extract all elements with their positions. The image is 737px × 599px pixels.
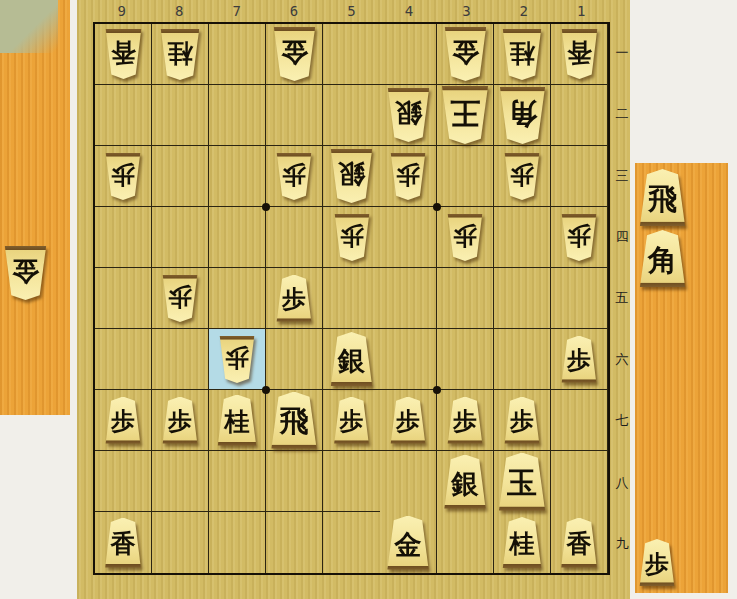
rank-label-1: 一 <box>613 22 631 83</box>
piece-P: 歩 <box>561 336 597 383</box>
piece-l: 香 <box>105 29 142 79</box>
piece-kanji: 歩 <box>645 552 669 576</box>
square-4-8[interactable] <box>380 451 437 512</box>
piece-k: 王 <box>441 86 489 144</box>
piece-L: 香 <box>561 518 598 568</box>
file-label-5: 5 <box>323 2 380 20</box>
piece-B[interactable]: 角 <box>639 230 686 287</box>
square-7-7[interactable]: 桂 <box>209 390 266 451</box>
square-9-3[interactable]: 歩 <box>95 146 152 207</box>
piece-kanji: 香 <box>111 531 136 556</box>
piece-face: 歩 <box>334 397 370 444</box>
piece-face: 歩 <box>447 214 483 261</box>
piece-kanji: 王 <box>450 98 480 128</box>
square-2-7[interactable]: 歩 <box>494 390 551 451</box>
piece-kanji: 香 <box>111 40 136 65</box>
square-3-2[interactable]: 王 <box>437 85 494 146</box>
piece-p: 歩 <box>561 214 597 261</box>
file-label-4: 4 <box>380 2 437 20</box>
square-6-5[interactable]: 歩 <box>266 268 323 329</box>
piece-kanji: 銀 <box>338 161 365 188</box>
piece-N: 桂 <box>217 395 257 446</box>
piece-kanji: 歩 <box>567 224 591 248</box>
piece-P: 歩 <box>447 397 483 444</box>
square-1-7[interactable] <box>551 390 608 451</box>
square-5-9[interactable] <box>323 512 380 573</box>
square-8-8[interactable] <box>152 451 209 512</box>
piece-face: 角 <box>499 87 546 144</box>
square-3-4[interactable]: 歩 <box>437 207 494 268</box>
piece-face: 飛 <box>271 392 318 449</box>
rank-label-2: 二 <box>613 83 631 144</box>
square-8-3[interactable] <box>152 146 209 207</box>
piece-kanji: 歩 <box>168 285 192 309</box>
piece-kanji: 歩 <box>340 224 364 248</box>
piece-face: 歩 <box>390 153 426 200</box>
gote-captured-stand: 金 <box>0 0 70 415</box>
square-9-9[interactable]: 香 <box>95 512 152 573</box>
piece-kanji: 金 <box>281 39 308 66</box>
piece-p: 歩 <box>504 153 540 200</box>
square-5-1[interactable] <box>323 24 380 85</box>
piece-face: 歩 <box>390 397 426 444</box>
piece-face: 銀 <box>387 88 430 142</box>
square-6-1[interactable]: 金 <box>266 24 323 85</box>
piece-p: 歩 <box>334 214 370 261</box>
piece-kanji: 玉 <box>507 468 537 498</box>
piece-kanji: 歩 <box>510 163 534 187</box>
piece-face: 歩 <box>447 397 483 444</box>
piece-p: 歩 <box>276 153 312 200</box>
piece-kanji: 歩 <box>111 409 135 433</box>
file-label-8: 8 <box>150 2 207 20</box>
rank-label-4: 四 <box>613 206 631 267</box>
square-1-8[interactable] <box>551 451 608 512</box>
square-3-8[interactable]: 銀 <box>437 451 494 512</box>
piece-L: 香 <box>105 518 142 568</box>
piece-p: 歩 <box>447 214 483 261</box>
square-6-2[interactable] <box>266 85 323 146</box>
piece-kanji: 飛 <box>280 407 309 436</box>
piece-kanji: 飛 <box>648 185 677 214</box>
file-label-3: 3 <box>438 2 495 20</box>
piece-face: 歩 <box>561 214 597 261</box>
square-8-5[interactable]: 歩 <box>152 268 209 329</box>
rank-labels: 一二三四五六七八九 <box>613 22 631 575</box>
piece-kanji: 桂 <box>510 40 535 65</box>
piece-S: 銀 <box>444 455 487 509</box>
square-3-6[interactable] <box>437 329 494 390</box>
piece-face: 香 <box>105 29 142 79</box>
square-6-6[interactable] <box>266 329 323 390</box>
square-1-9[interactable]: 香 <box>551 512 608 573</box>
piece-kanji: 歩 <box>340 409 364 433</box>
piece-g[interactable]: 金 <box>4 246 47 300</box>
piece-face: 歩 <box>162 275 198 322</box>
square-2-4[interactable] <box>494 207 551 268</box>
piece-face: 王 <box>441 86 489 144</box>
piece-kanji: 歩 <box>111 163 135 187</box>
square-2-1[interactable]: 桂 <box>494 24 551 85</box>
square-3-1[interactable]: 金 <box>437 24 494 85</box>
square-4-4[interactable] <box>380 207 437 268</box>
square-6-7[interactable]: 飛 <box>266 390 323 451</box>
sente-hand-pieces: 飛角 <box>639 169 686 287</box>
square-4-1[interactable] <box>380 24 437 85</box>
square-8-1[interactable]: 桂 <box>152 24 209 85</box>
piece-face: 角 <box>639 230 686 287</box>
square-4-9[interactable]: 金 <box>380 512 437 573</box>
square-2-5[interactable] <box>494 268 551 329</box>
piece-face: 桂 <box>502 29 542 80</box>
square-6-4[interactable] <box>266 207 323 268</box>
piece-face: 金 <box>444 27 487 81</box>
piece-face: 金 <box>387 516 430 570</box>
piece-face: 銀 <box>444 455 487 509</box>
hoshi-dot <box>262 203 270 211</box>
piece-kanji: 金 <box>12 258 39 285</box>
piece-face: 銀 <box>330 149 373 203</box>
square-4-2[interactable]: 銀 <box>380 85 437 146</box>
piece-kanji: 香 <box>567 40 592 65</box>
piece-P[interactable]: 歩 <box>639 539 675 586</box>
piece-P: 歩 <box>105 397 141 444</box>
square-2-9[interactable]: 桂 <box>494 512 551 573</box>
piece-kanji: 歩 <box>282 163 306 187</box>
square-7-5[interactable] <box>209 268 266 329</box>
piece-P: 歩 <box>334 397 370 444</box>
rank-label-8: 八 <box>613 452 631 513</box>
square-5-8[interactable] <box>323 451 380 512</box>
piece-kanji: 金 <box>452 39 479 66</box>
square-9-6[interactable] <box>95 329 152 390</box>
piece-face: 歩 <box>504 397 540 444</box>
piece-face: 金 <box>4 246 47 300</box>
square-4-6[interactable] <box>380 329 437 390</box>
file-label-1: 1 <box>553 2 610 20</box>
square-6-8[interactable] <box>266 451 323 512</box>
piece-face: 歩 <box>219 336 255 383</box>
hoshi-dot <box>433 203 441 211</box>
piece-kanji: 歩 <box>396 409 420 433</box>
square-7-3[interactable] <box>209 146 266 207</box>
piece-face: 香 <box>561 29 598 79</box>
file-label-9: 9 <box>93 2 150 20</box>
file-labels: 987654321 <box>93 2 610 20</box>
piece-face: 歩 <box>334 214 370 261</box>
piece-kanji: 歩 <box>453 409 477 433</box>
square-3-5[interactable] <box>437 268 494 329</box>
piece-face: 玉 <box>498 453 546 511</box>
square-5-7[interactable]: 歩 <box>323 390 380 451</box>
piece-face: 銀 <box>330 332 373 386</box>
shogi-board-panel: 987654321 香桂金金桂香銀王角歩歩銀歩歩歩歩歩歩歩歩銀歩歩歩桂飛歩歩歩歩… <box>77 0 630 599</box>
piece-kanji: 歩 <box>567 348 591 372</box>
file-label-7: 7 <box>208 2 265 20</box>
piece-kanji: 桂 <box>510 531 535 556</box>
piece-kanji: 歩 <box>225 346 249 370</box>
piece-b: 角 <box>499 87 546 144</box>
piece-s: 銀 <box>387 88 430 142</box>
square-9-5[interactable] <box>95 268 152 329</box>
piece-kanji: 金 <box>395 531 422 558</box>
piece-kanji: 歩 <box>282 287 306 311</box>
piece-P: 歩 <box>390 397 426 444</box>
piece-kanji: 桂 <box>168 40 193 65</box>
square-6-9[interactable] <box>266 512 323 573</box>
piece-P: 歩 <box>504 397 540 444</box>
piece-kanji: 銀 <box>338 347 365 374</box>
piece-kanji: 角 <box>648 246 677 275</box>
piece-kanji: 歩 <box>453 224 477 248</box>
board-grid: 香桂金金桂香銀王角歩歩銀歩歩歩歩歩歩歩歩銀歩歩歩桂飛歩歩歩歩銀玉香金桂香 <box>93 22 610 575</box>
rank-label-5: 五 <box>613 268 631 329</box>
piece-kanji: 香 <box>567 531 592 556</box>
piece-kanji: 銀 <box>452 470 479 497</box>
square-1-5[interactable] <box>551 268 608 329</box>
piece-K: 玉 <box>498 453 546 511</box>
sente-hand-pawns: 歩 <box>639 539 675 586</box>
piece-face: 飛 <box>639 169 686 226</box>
square-9-4[interactable] <box>95 207 152 268</box>
piece-p: 歩 <box>219 336 255 383</box>
square-1-3[interactable] <box>551 146 608 207</box>
square-5-2[interactable] <box>323 85 380 146</box>
piece-p: 歩 <box>162 275 198 322</box>
piece-P: 歩 <box>162 397 198 444</box>
square-9-8[interactable] <box>95 451 152 512</box>
square-8-4[interactable] <box>152 207 209 268</box>
piece-face: 歩 <box>504 153 540 200</box>
piece-face: 桂 <box>217 395 257 446</box>
piece-face: 香 <box>105 518 142 568</box>
piece-face: 香 <box>561 518 598 568</box>
square-3-9[interactable] <box>437 512 494 573</box>
piece-face: 桂 <box>502 517 542 568</box>
square-2-6[interactable] <box>494 329 551 390</box>
square-7-8[interactable] <box>209 451 266 512</box>
square-2-8[interactable]: 玉 <box>494 451 551 512</box>
square-8-2[interactable] <box>152 85 209 146</box>
square-7-6[interactable]: 歩 <box>209 329 266 390</box>
hoshi-dot <box>262 386 270 394</box>
square-5-3[interactable]: 銀 <box>323 146 380 207</box>
square-9-2[interactable] <box>95 85 152 146</box>
piece-face: 歩 <box>162 397 198 444</box>
piece-face: 金 <box>273 27 316 81</box>
square-7-4[interactable] <box>209 207 266 268</box>
piece-g: 金 <box>444 27 487 81</box>
piece-kanji: 歩 <box>168 409 192 433</box>
piece-R[interactable]: 飛 <box>639 169 686 226</box>
file-label-6: 6 <box>265 2 322 20</box>
square-8-7[interactable]: 歩 <box>152 390 209 451</box>
piece-kanji: 角 <box>508 99 537 128</box>
piece-S: 銀 <box>330 332 373 386</box>
piece-P: 歩 <box>276 275 312 322</box>
square-8-9[interactable] <box>152 512 209 573</box>
square-7-9[interactable] <box>209 512 266 573</box>
piece-face: 桂 <box>160 29 200 80</box>
square-8-6[interactable] <box>152 329 209 390</box>
piece-kanji: 歩 <box>510 409 534 433</box>
piece-face: 歩 <box>276 275 312 322</box>
piece-kanji: 歩 <box>396 163 420 187</box>
piece-face: 歩 <box>561 336 597 383</box>
square-1-1[interactable]: 香 <box>551 24 608 85</box>
rank-label-7: 七 <box>613 391 631 452</box>
square-3-3[interactable] <box>437 146 494 207</box>
square-9-1[interactable]: 香 <box>95 24 152 85</box>
file-label-2: 2 <box>495 2 552 20</box>
piece-face: 歩 <box>105 397 141 444</box>
gote-hand-pieces: 金 <box>4 246 47 300</box>
square-6-3[interactable]: 歩 <box>266 146 323 207</box>
hoshi-dot <box>433 386 441 394</box>
square-4-3[interactable]: 歩 <box>380 146 437 207</box>
piece-R: 飛 <box>271 392 318 449</box>
square-1-4[interactable]: 歩 <box>551 207 608 268</box>
square-7-2[interactable] <box>209 85 266 146</box>
piece-N: 桂 <box>502 517 542 568</box>
square-7-1[interactable] <box>209 24 266 85</box>
piece-G: 金 <box>387 516 430 570</box>
piece-face: 歩 <box>276 153 312 200</box>
rank-label-9: 九 <box>613 514 631 575</box>
square-2-3[interactable]: 歩 <box>494 146 551 207</box>
rank-label-3: 三 <box>613 145 631 206</box>
piece-s: 銀 <box>330 149 373 203</box>
rank-label-6: 六 <box>613 329 631 390</box>
square-1-2[interactable] <box>551 85 608 146</box>
square-5-4[interactable]: 歩 <box>323 207 380 268</box>
square-3-7[interactable]: 歩 <box>437 390 494 451</box>
square-5-5[interactable] <box>323 268 380 329</box>
square-4-5[interactable] <box>380 268 437 329</box>
piece-face: 歩 <box>639 539 675 586</box>
piece-p: 歩 <box>105 153 141 200</box>
square-4-7[interactable]: 歩 <box>380 390 437 451</box>
square-9-7[interactable]: 歩 <box>95 390 152 451</box>
square-1-6[interactable]: 歩 <box>551 329 608 390</box>
square-2-2[interactable]: 角 <box>494 85 551 146</box>
piece-g: 金 <box>273 27 316 81</box>
piece-kanji: 銀 <box>395 100 422 127</box>
piece-p: 歩 <box>390 153 426 200</box>
gote-player-indicator <box>0 0 58 53</box>
sente-captured-stand: 飛角 歩 <box>635 163 728 593</box>
piece-n: 桂 <box>502 29 542 80</box>
piece-face: 歩 <box>105 153 141 200</box>
piece-n: 桂 <box>160 29 200 80</box>
piece-l: 香 <box>561 29 598 79</box>
square-5-6[interactable]: 銀 <box>323 329 380 390</box>
piece-kanji: 桂 <box>225 409 250 434</box>
